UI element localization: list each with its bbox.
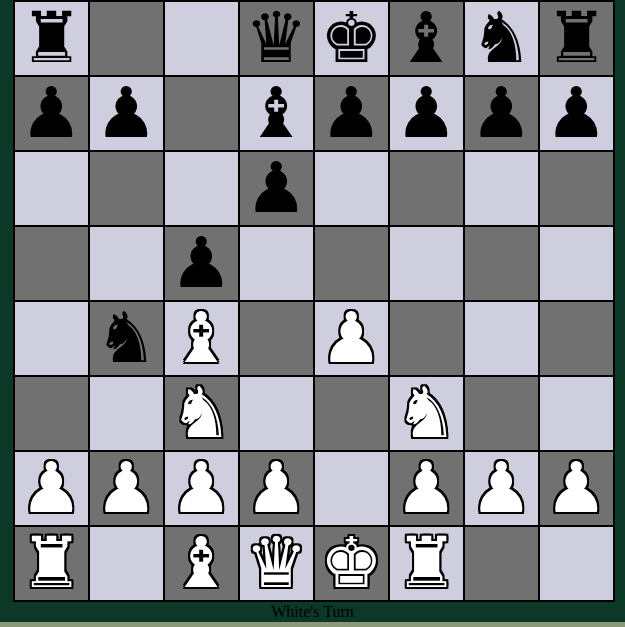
square-g8[interactable]: ♞: [465, 2, 538, 75]
square-h8[interactable]: ♜: [540, 2, 613, 75]
square-a8[interactable]: ♜: [15, 2, 88, 75]
piece-black-pawn[interactable]: ♟: [545, 77, 608, 150]
square-e1[interactable]: ♚: [315, 527, 388, 600]
square-b3[interactable]: [90, 377, 163, 450]
piece-white-knight[interactable]: ♞: [395, 377, 458, 450]
piece-white-pawn[interactable]: ♟: [20, 452, 83, 525]
square-e8[interactable]: ♚: [315, 2, 388, 75]
square-b2[interactable]: ♟: [90, 452, 163, 525]
piece-white-pawn[interactable]: ♟: [245, 452, 308, 525]
square-h2[interactable]: ♟: [540, 452, 613, 525]
square-h6[interactable]: [540, 152, 613, 225]
square-c8[interactable]: [165, 2, 238, 75]
square-b8[interactable]: [90, 2, 163, 75]
square-d3[interactable]: [240, 377, 313, 450]
square-g2[interactable]: ♟: [465, 452, 538, 525]
square-d4[interactable]: [240, 302, 313, 375]
square-d1[interactable]: ♛: [240, 527, 313, 600]
square-c3[interactable]: ♞: [165, 377, 238, 450]
square-a6[interactable]: [15, 152, 88, 225]
piece-black-pawn[interactable]: ♟: [245, 152, 308, 225]
square-h5[interactable]: [540, 227, 613, 300]
status-bar: White's Turn: [0, 602, 625, 622]
piece-white-bishop[interactable]: ♝: [170, 527, 233, 600]
square-c1[interactable]: ♝: [165, 527, 238, 600]
board-frame: ♜♛♚♝♞♜♟♟♝♟♟♟♟♟♟♞♝♟♞♞♟♟♟♟♟♟♟♜♝♛♚♜: [0, 0, 625, 602]
piece-black-pawn[interactable]: ♟: [95, 77, 158, 150]
square-e4[interactable]: ♟: [315, 302, 388, 375]
square-g7[interactable]: ♟: [465, 77, 538, 150]
square-g6[interactable]: [465, 152, 538, 225]
piece-black-bishop[interactable]: ♝: [245, 77, 308, 150]
square-h1[interactable]: [540, 527, 613, 600]
piece-black-knight[interactable]: ♞: [95, 302, 158, 375]
bottom-strip: [0, 622, 625, 627]
square-e3[interactable]: [315, 377, 388, 450]
square-f6[interactable]: [390, 152, 463, 225]
square-a2[interactable]: ♟: [15, 452, 88, 525]
piece-black-knight[interactable]: ♞: [470, 2, 533, 75]
piece-black-rook[interactable]: ♜: [545, 2, 608, 75]
square-h3[interactable]: [540, 377, 613, 450]
piece-black-queen[interactable]: ♛: [245, 2, 308, 75]
square-c4[interactable]: ♝: [165, 302, 238, 375]
piece-white-queen[interactable]: ♛: [245, 527, 308, 600]
square-h7[interactable]: ♟: [540, 77, 613, 150]
square-f4[interactable]: [390, 302, 463, 375]
piece-white-pawn[interactable]: ♟: [320, 302, 383, 375]
square-f7[interactable]: ♟: [390, 77, 463, 150]
square-g4[interactable]: [465, 302, 538, 375]
square-a7[interactable]: ♟: [15, 77, 88, 150]
piece-white-pawn[interactable]: ♟: [545, 452, 608, 525]
square-a1[interactable]: ♜: [15, 527, 88, 600]
piece-white-pawn[interactable]: ♟: [395, 452, 458, 525]
square-c6[interactable]: [165, 152, 238, 225]
piece-white-pawn[interactable]: ♟: [170, 452, 233, 525]
piece-black-bishop[interactable]: ♝: [395, 2, 458, 75]
piece-black-king[interactable]: ♚: [320, 2, 383, 75]
piece-white-pawn[interactable]: ♟: [95, 452, 158, 525]
square-b6[interactable]: [90, 152, 163, 225]
piece-black-pawn[interactable]: ♟: [470, 77, 533, 150]
square-e6[interactable]: [315, 152, 388, 225]
square-f5[interactable]: [390, 227, 463, 300]
square-c2[interactable]: ♟: [165, 452, 238, 525]
turn-indicator: White's Turn: [271, 603, 353, 621]
square-f8[interactable]: ♝: [390, 2, 463, 75]
piece-white-king[interactable]: ♚: [320, 527, 383, 600]
piece-white-bishop[interactable]: ♝: [170, 302, 233, 375]
square-g5[interactable]: [465, 227, 538, 300]
square-g3[interactable]: [465, 377, 538, 450]
square-c7[interactable]: [165, 77, 238, 150]
square-b4[interactable]: ♞: [90, 302, 163, 375]
square-f3[interactable]: ♞: [390, 377, 463, 450]
game-window: ♜♛♚♝♞♜♟♟♝♟♟♟♟♟♟♞♝♟♞♞♟♟♟♟♟♟♟♜♝♛♚♜ White's…: [0, 0, 625, 627]
piece-black-pawn[interactable]: ♟: [20, 77, 83, 150]
square-d8[interactable]: ♛: [240, 2, 313, 75]
piece-white-rook[interactable]: ♜: [20, 527, 83, 600]
square-h4[interactable]: [540, 302, 613, 375]
square-b7[interactable]: ♟: [90, 77, 163, 150]
square-d6[interactable]: ♟: [240, 152, 313, 225]
square-c5[interactable]: ♟: [165, 227, 238, 300]
piece-black-rook[interactable]: ♜: [20, 2, 83, 75]
piece-black-pawn[interactable]: ♟: [320, 77, 383, 150]
square-a3[interactable]: [15, 377, 88, 450]
square-e5[interactable]: [315, 227, 388, 300]
square-f2[interactable]: ♟: [390, 452, 463, 525]
piece-black-pawn[interactable]: ♟: [395, 77, 458, 150]
piece-white-knight[interactable]: ♞: [170, 377, 233, 450]
piece-black-pawn[interactable]: ♟: [170, 227, 233, 300]
square-a4[interactable]: [15, 302, 88, 375]
square-a5[interactable]: [15, 227, 88, 300]
square-g1[interactable]: [465, 527, 538, 600]
square-d2[interactable]: ♟: [240, 452, 313, 525]
chess-app: { "game": "chess", "position": { "fen": …: [0, 0, 625, 627]
square-e2[interactable]: [315, 452, 388, 525]
square-b1[interactable]: [90, 527, 163, 600]
piece-white-rook[interactable]: ♜: [395, 527, 458, 600]
square-f1[interactable]: ♜: [390, 527, 463, 600]
square-d5[interactable]: [240, 227, 313, 300]
square-e7[interactable]: ♟: [315, 77, 388, 150]
piece-white-pawn[interactable]: ♟: [470, 452, 533, 525]
square-d7[interactable]: ♝: [240, 77, 313, 150]
chess-board: ♜♛♚♝♞♜♟♟♝♟♟♟♟♟♟♞♝♟♞♞♟♟♟♟♟♟♟♜♝♛♚♜: [13, 0, 615, 602]
square-b5[interactable]: [90, 227, 163, 300]
